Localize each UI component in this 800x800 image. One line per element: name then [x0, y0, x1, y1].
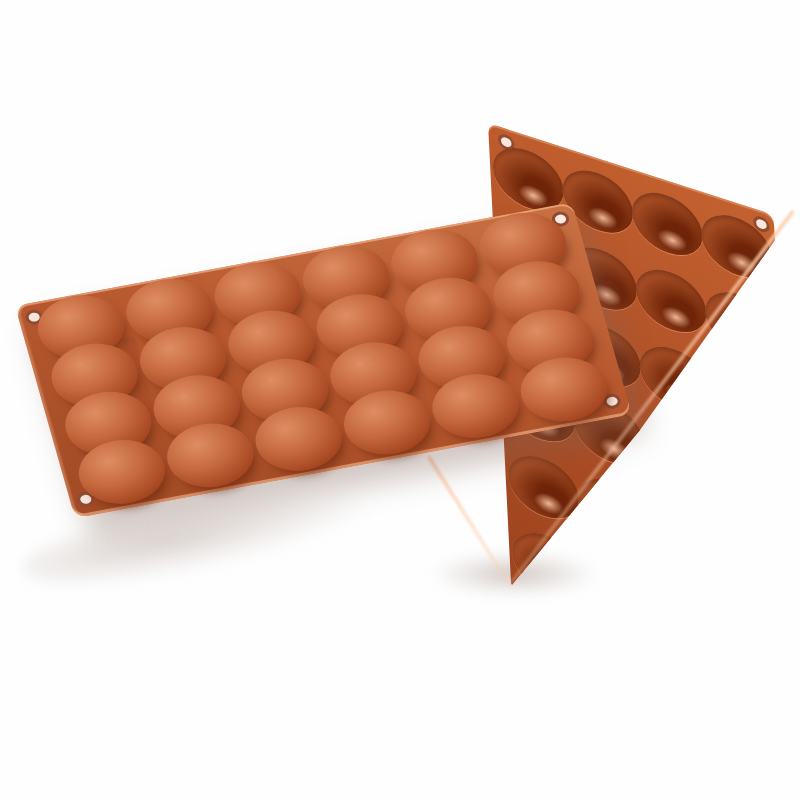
mold-cavity	[704, 283, 777, 364]
mold-cavity	[642, 415, 715, 496]
mold-cavity	[646, 492, 719, 573]
product-photo	[0, 0, 800, 800]
mold-cavity	[507, 447, 580, 528]
mold-cavity	[634, 261, 707, 342]
mold-cavity	[719, 591, 792, 672]
mold-cavity	[631, 184, 704, 265]
mold-cavity	[715, 514, 788, 595]
mold-cavity	[580, 546, 653, 627]
mold-cavity	[708, 360, 781, 441]
mold-cavity	[638, 338, 711, 419]
mold-cavity	[712, 437, 785, 518]
corner-hole	[775, 654, 792, 674]
mold-cavity	[650, 569, 723, 650]
